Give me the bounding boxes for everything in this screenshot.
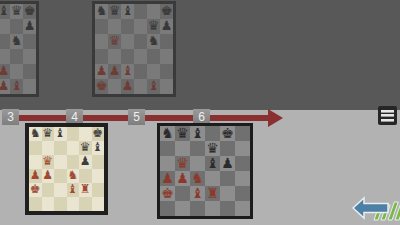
past-board-2: ♞♛♝♚♛♟♛♞♟♟♝♚♟♝ <box>92 1 176 97</box>
square-r0c4[interactable] <box>79 127 92 141</box>
square-r1c2[interactable] <box>54 141 67 155</box>
black-knight: ♞ <box>11 34 23 47</box>
square-r4c1: ♟ <box>108 64 121 79</box>
square-r1c4[interactable] <box>220 141 235 156</box>
square-r1c3 <box>134 19 147 34</box>
square-r4c5 <box>160 64 173 79</box>
red-pawn: ♟ <box>122 79 134 92</box>
square-r3c2[interactable] <box>54 169 67 183</box>
black-pawn[interactable]: ♟ <box>80 155 91 167</box>
square-r5c5[interactable] <box>235 201 250 216</box>
square-r2c0[interactable] <box>29 155 42 169</box>
square-r2c5[interactable] <box>235 156 250 171</box>
black-queen: ♛ <box>148 19 160 32</box>
red-rook[interactable]: ♜ <box>80 183 91 195</box>
square-r1c3[interactable] <box>67 141 80 155</box>
red-king[interactable]: ♚ <box>161 186 174 200</box>
square-r4c1[interactable] <box>42 183 55 197</box>
red-pawn[interactable]: ♟ <box>161 171 174 185</box>
black-bishop: ♝ <box>122 4 134 17</box>
square-r3c3 <box>134 49 147 64</box>
square-r3c3[interactable]: ♞ <box>67 169 80 183</box>
black-knight[interactable]: ♞ <box>161 126 174 140</box>
square-r0c5: ♚ <box>160 4 173 19</box>
square-r2c0[interactable] <box>160 156 175 171</box>
square-r3c4 <box>10 49 23 64</box>
turn-label: 5 <box>133 110 140 124</box>
square-r2c3[interactable] <box>67 155 80 169</box>
red-queen[interactable]: ♛ <box>42 155 53 167</box>
red-pawn: ♟ <box>0 79 9 92</box>
square-r4c4[interactable]: ♜ <box>79 183 92 197</box>
black-queen[interactable]: ♛ <box>176 126 189 140</box>
square-r1c5[interactable] <box>235 141 250 156</box>
square-r4c3[interactable]: ♜ <box>205 186 220 201</box>
black-bishop[interactable]: ♝ <box>92 141 103 153</box>
square-r0c1[interactable]: ♛ <box>42 127 55 141</box>
red-bishop: ♝ <box>122 64 134 77</box>
square-r5c0: ♚ <box>95 79 108 94</box>
square-r1c0[interactable] <box>29 141 42 155</box>
square-r1c1 <box>108 19 121 34</box>
black-knight[interactable]: ♞ <box>30 127 41 139</box>
square-r3c2[interactable]: ♞ <box>190 171 205 186</box>
black-bishop: ♝ <box>0 4 9 17</box>
square-r2c3 <box>134 34 147 49</box>
square-r2c4: ♞ <box>10 34 23 49</box>
red-bishop: ♝ <box>11 79 23 92</box>
square-r3c1 <box>108 49 121 64</box>
square-r5c5[interactable] <box>92 197 105 211</box>
black-knight: ♞ <box>96 4 108 17</box>
square-r1c5: ♟ <box>23 19 36 34</box>
square-r5c3[interactable] <box>205 201 220 216</box>
black-pawn[interactable]: ♟ <box>221 156 234 170</box>
red-king[interactable]: ♚ <box>30 183 41 195</box>
black-pawn: ♟ <box>161 19 173 32</box>
active-board-right[interactable]: ♞♛♝♚♛♛♝♟♟♟♞♚♝♜ <box>157 123 253 219</box>
square-r1c4 <box>10 19 23 34</box>
square-r4c0: ♟ <box>95 64 108 79</box>
red-queen[interactable]: ♛ <box>176 156 189 170</box>
square-r2c4: ♞ <box>147 34 160 49</box>
square-r1c3 <box>0 19 10 34</box>
square-r0c4[interactable]: ♚ <box>220 126 235 141</box>
square-r3c4[interactable] <box>220 171 235 186</box>
square-r5c2[interactable] <box>190 201 205 216</box>
square-r4c0[interactable]: ♚ <box>160 186 175 201</box>
square-r0c1[interactable]: ♛ <box>175 126 190 141</box>
square-r2c4[interactable]: ♟ <box>220 156 235 171</box>
red-pawn[interactable]: ♟ <box>176 171 189 185</box>
square-r4c5 <box>23 64 36 79</box>
red-pawn: ♟ <box>109 64 121 77</box>
black-queen[interactable]: ♛ <box>206 141 219 155</box>
square-r0c1: ♛ <box>108 4 121 19</box>
square-r4c2[interactable] <box>54 183 67 197</box>
square-r0c5: ♚ <box>23 4 36 19</box>
square-r2c2[interactable] <box>54 155 67 169</box>
red-bishop[interactable]: ♝ <box>191 186 204 200</box>
square-r0c3[interactable] <box>205 126 220 141</box>
square-r1c3[interactable]: ♛ <box>205 141 220 156</box>
black-king: ♚ <box>161 4 173 17</box>
square-r3c4[interactable] <box>79 169 92 183</box>
square-r1c1[interactable] <box>175 141 190 156</box>
turn-label: 4 <box>71 110 78 124</box>
red-bishop: ♝ <box>148 79 160 92</box>
square-r5c4[interactable] <box>220 201 235 216</box>
square-r3c4 <box>147 49 160 64</box>
square-r0c3: ♝ <box>0 4 10 19</box>
black-bishop[interactable]: ♝ <box>206 156 219 170</box>
black-pawn: ♟ <box>24 19 36 32</box>
square-r1c5: ♟ <box>160 19 173 34</box>
square-r2c1[interactable]: ♛ <box>175 156 190 171</box>
square-r5c4: ♝ <box>10 79 23 94</box>
black-queen[interactable]: ♛ <box>80 141 91 153</box>
black-king[interactable]: ♚ <box>92 127 103 139</box>
square-r2c5 <box>23 34 36 49</box>
square-r5c3: ♟ <box>0 79 10 94</box>
square-r2c2[interactable] <box>190 156 205 171</box>
black-king[interactable]: ♚ <box>221 126 234 140</box>
black-bishop[interactable]: ♝ <box>55 127 66 139</box>
square-r3c3 <box>0 49 10 64</box>
square-r1c4: ♛ <box>147 19 160 34</box>
square-r2c1: ♛ <box>108 34 121 49</box>
turn-label: 6 <box>198 110 205 124</box>
square-r4c2: ♝ <box>121 64 134 79</box>
square-r4c4[interactable] <box>220 186 235 201</box>
square-r1c0[interactable] <box>160 141 175 156</box>
black-queen[interactable]: ♛ <box>42 127 53 139</box>
square-r4c3: ♟ <box>0 64 10 79</box>
square-r0c5[interactable]: ♚ <box>92 127 105 141</box>
square-r0c4 <box>147 4 160 19</box>
square-r1c2[interactable] <box>190 141 205 156</box>
game-screen: 3 4 5 6 ♝♛♚♟♞♟♟♝ ♞♛♝♚♛♟♛♞♟♟♝♚♟♝ ♞♛♝♚♛♝♛♟… <box>0 0 400 225</box>
square-r0c2[interactable]: ♝ <box>54 127 67 141</box>
square-r1c1[interactable] <box>42 141 55 155</box>
square-r1c0 <box>95 19 108 34</box>
square-r2c0 <box>95 34 108 49</box>
square-r4c2[interactable]: ♝ <box>190 186 205 201</box>
square-r5c1[interactable] <box>42 197 55 211</box>
square-r2c3[interactable]: ♝ <box>205 156 220 171</box>
red-bishop[interactable]: ♝ <box>67 183 78 195</box>
red-pawn[interactable]: ♟ <box>42 169 53 181</box>
red-queen: ♛ <box>109 34 121 47</box>
square-r3c5 <box>160 49 173 64</box>
square-r3c0 <box>95 49 108 64</box>
square-r4c3[interactable]: ♝ <box>67 183 80 197</box>
square-r4c5[interactable] <box>235 186 250 201</box>
square-r3c5[interactable] <box>235 171 250 186</box>
square-r0c0[interactable]: ♞ <box>160 126 175 141</box>
turn-marker-5: 5 <box>128 109 145 125</box>
red-pawn[interactable]: ♟ <box>30 169 41 181</box>
square-r1c4[interactable]: ♛ <box>79 141 92 155</box>
square-r1c5[interactable]: ♝ <box>92 141 105 155</box>
square-r5c5 <box>160 79 173 94</box>
black-king: ♚ <box>24 4 36 17</box>
square-r2c2 <box>121 34 134 49</box>
square-r3c2 <box>121 49 134 64</box>
square-r0c0: ♞ <box>95 4 108 19</box>
square-r0c2[interactable]: ♝ <box>190 126 205 141</box>
past-board-1: ♝♛♚♟♞♟♟♝ <box>0 1 39 97</box>
square-r4c5[interactable] <box>92 183 105 197</box>
black-queen: ♛ <box>109 4 121 17</box>
timeline-arrowhead-icon <box>268 109 283 127</box>
hamburger-menu-button[interactable] <box>378 106 397 125</box>
red-pawn: ♟ <box>0 64 9 77</box>
square-r5c1 <box>108 79 121 94</box>
square-r4c0[interactable]: ♚ <box>29 183 42 197</box>
red-pawn: ♟ <box>96 64 108 77</box>
square-r2c3 <box>0 34 10 49</box>
square-r3c1[interactable]: ♟ <box>42 169 55 183</box>
present-arrow-indicator[interactable] <box>352 195 400 222</box>
square-r2c1[interactable]: ♛ <box>42 155 55 169</box>
square-r3c0[interactable]: ♟ <box>29 169 42 183</box>
square-r1c2 <box>121 19 134 34</box>
square-r4c3 <box>134 64 147 79</box>
square-r3c0[interactable]: ♟ <box>160 171 175 186</box>
square-r3c1[interactable]: ♟ <box>175 171 190 186</box>
square-r4c4 <box>10 64 23 79</box>
square-r3c5 <box>23 49 36 64</box>
red-knight[interactable]: ♞ <box>67 169 78 181</box>
square-r3c3[interactable] <box>205 171 220 186</box>
square-r5c0[interactable] <box>160 201 175 216</box>
square-r0c2: ♝ <box>121 4 134 19</box>
red-rook[interactable]: ♜ <box>206 186 219 200</box>
black-bishop[interactable]: ♝ <box>191 126 204 140</box>
square-r3c5[interactable] <box>92 169 105 183</box>
background-past-area <box>0 0 400 110</box>
square-r0c3[interactable] <box>67 127 80 141</box>
turn-label: 3 <box>7 110 14 124</box>
active-board-left[interactable]: ♞♛♝♚♛♝♛♟♟♟♞♚♝♜ <box>25 123 108 215</box>
square-r5c2: ♟ <box>121 79 134 94</box>
square-r5c4[interactable] <box>79 197 92 211</box>
black-knight: ♞ <box>148 34 160 47</box>
square-r2c4[interactable]: ♟ <box>79 155 92 169</box>
square-r0c4: ♛ <box>10 4 23 19</box>
turn-marker-3: 3 <box>2 109 19 125</box>
square-r5c5 <box>23 79 36 94</box>
square-r2c5 <box>160 34 173 49</box>
square-r0c3 <box>134 4 147 19</box>
square-r0c0[interactable]: ♞ <box>29 127 42 141</box>
square-r5c0[interactable] <box>29 197 42 211</box>
square-r5c1[interactable] <box>175 201 190 216</box>
square-r5c4: ♝ <box>147 79 160 94</box>
square-r4c4 <box>147 64 160 79</box>
square-r4c1[interactable] <box>175 186 190 201</box>
square-r5c2[interactable] <box>54 197 67 211</box>
red-king: ♚ <box>96 79 108 92</box>
square-r5c3[interactable] <box>67 197 80 211</box>
square-r5c3 <box>134 79 147 94</box>
red-knight[interactable]: ♞ <box>191 171 204 185</box>
square-r0c5[interactable] <box>235 126 250 141</box>
black-queen: ♛ <box>11 4 23 17</box>
square-r2c5[interactable] <box>92 155 105 169</box>
